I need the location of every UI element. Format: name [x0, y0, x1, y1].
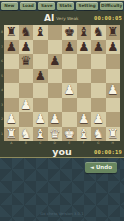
- square-f5[interactable]: [77, 69, 92, 84]
- white-p-piece: ♟: [77, 112, 92, 127]
- black-p-piece: ♟: [91, 40, 106, 55]
- square-a1[interactable]: ♜: [4, 127, 19, 142]
- square-f7[interactable]: ♟: [77, 40, 92, 55]
- white-p-piece: ♟: [62, 83, 77, 98]
- square-h3[interactable]: [106, 98, 121, 113]
- square-d7[interactable]: [48, 40, 63, 55]
- square-f6[interactable]: [77, 54, 92, 69]
- square-f1[interactable]: ♝: [77, 127, 92, 142]
- white-b-piece: ♝: [77, 127, 92, 142]
- white-n-piece: ♞: [91, 127, 106, 142]
- version-text: Go chess Version 3.0.1: [0, 211, 124, 216]
- white-p-piece: ♟: [48, 112, 63, 127]
- black-p-piece: ♟: [48, 54, 63, 69]
- ai-difficulty-label: Very Weak: [56, 16, 78, 21]
- white-n-piece: ♞: [19, 127, 34, 142]
- square-g8[interactable]: ♞: [91, 25, 106, 40]
- square-e4[interactable]: ♟: [62, 83, 77, 98]
- black-p-piece: ♟: [77, 40, 92, 55]
- square-g4[interactable]: [91, 83, 106, 98]
- you-player-strip: you 00:00:19: [0, 145, 124, 158]
- square-b3[interactable]: ♟: [19, 98, 34, 113]
- square-b1[interactable]: ♞: [19, 127, 34, 142]
- undo-button[interactable]: ◄ Undo: [85, 162, 117, 173]
- white-p-piece: ♟: [106, 83, 121, 98]
- square-h7[interactable]: ♟: [106, 40, 121, 55]
- menu-button-new[interactable]: New: [1, 2, 18, 10]
- square-h2[interactable]: [106, 112, 121, 127]
- menu-button-load[interactable]: Load: [20, 2, 37, 10]
- square-d4[interactable]: [48, 83, 63, 98]
- menu-button-setting[interactable]: Setting: [76, 2, 99, 10]
- white-k-piece: ♚: [62, 127, 77, 142]
- square-g5[interactable]: [91, 69, 106, 84]
- square-e2[interactable]: [62, 112, 77, 127]
- square-g3[interactable]: [91, 98, 106, 113]
- square-e6[interactable]: [62, 54, 77, 69]
- white-r-piece: ♜: [106, 127, 121, 142]
- black-p-piece: ♟: [4, 40, 19, 55]
- square-f8[interactable]: ♝: [77, 25, 92, 40]
- black-p-piece: ♟: [106, 40, 121, 55]
- square-b6[interactable]: ♛: [19, 54, 34, 69]
- white-p-piece: ♟: [33, 112, 48, 127]
- chess-board[interactable]: ♜♞♝♚♝♞♜♟♟♟♟♟♟♛♟♟♟♟♟♟♟♟♟♟♜♞♝♛♚♝♞♜: [4, 25, 120, 141]
- square-e8[interactable]: ♚: [62, 25, 77, 40]
- black-b-piece: ♝: [77, 25, 92, 40]
- square-e3[interactable]: [62, 98, 77, 113]
- square-h1[interactable]: ♜: [106, 127, 121, 142]
- black-r-piece: ♜: [106, 25, 121, 40]
- square-c6[interactable]: [33, 54, 48, 69]
- chess-app-window: New Load Save Stats Setting Difficulty A…: [0, 0, 124, 221]
- square-d2[interactable]: ♟: [48, 112, 63, 127]
- square-a3[interactable]: [4, 98, 19, 113]
- square-a7[interactable]: ♟: [4, 40, 19, 55]
- square-a5[interactable]: [4, 69, 19, 84]
- square-g1[interactable]: ♞: [91, 127, 106, 142]
- black-r-piece: ♜: [4, 25, 19, 40]
- square-f4[interactable]: [77, 83, 92, 98]
- black-n-piece: ♞: [19, 25, 34, 40]
- square-f3[interactable]: [77, 98, 92, 113]
- square-c8[interactable]: ♝: [33, 25, 48, 40]
- square-e7[interactable]: ♟: [62, 40, 77, 55]
- square-b5[interactable]: [19, 69, 34, 84]
- menu-bar: New Load Save Stats Setting Difficulty: [0, 1, 124, 11]
- black-b-piece: ♝: [33, 25, 48, 40]
- square-h4[interactable]: ♟: [106, 83, 121, 98]
- square-c4[interactable]: [33, 83, 48, 98]
- ai-clock: 00:00:05: [94, 15, 122, 21]
- square-h8[interactable]: ♜: [106, 25, 121, 40]
- square-g2[interactable]: ♟: [91, 112, 106, 127]
- square-a8[interactable]: ♜: [4, 25, 19, 40]
- square-c5[interactable]: ♟: [33, 69, 48, 84]
- square-c2[interactable]: ♟: [33, 112, 48, 127]
- square-a2[interactable]: ♟: [4, 112, 19, 127]
- square-d1[interactable]: ♛: [48, 127, 63, 142]
- square-a4[interactable]: [4, 83, 19, 98]
- square-d8[interactable]: [48, 25, 63, 40]
- square-h5[interactable]: [106, 69, 121, 84]
- square-a6[interactable]: [4, 54, 19, 69]
- square-g7[interactable]: ♟: [91, 40, 106, 55]
- menu-button-difficulty[interactable]: Difficulty: [100, 2, 123, 10]
- square-d6[interactable]: ♟: [48, 54, 63, 69]
- white-p-piece: ♟: [19, 98, 34, 113]
- black-p-piece: ♟: [62, 40, 77, 55]
- game-panel: AI Very Weak 00:00:05 87654321 ♜♞♝♚♝♞♜♟♟…: [0, 11, 124, 158]
- square-d5[interactable]: [48, 69, 63, 84]
- menu-button-stats[interactable]: Stats: [57, 2, 74, 10]
- square-c7[interactable]: [33, 40, 48, 55]
- white-b-piece: ♝: [33, 127, 48, 142]
- square-e1[interactable]: ♚: [62, 127, 77, 142]
- black-p-piece: ♟: [33, 69, 48, 84]
- undo-label: Undo: [96, 162, 112, 173]
- white-q-piece: ♛: [48, 127, 63, 142]
- you-clock: 00:00:19: [94, 149, 122, 155]
- white-r-piece: ♜: [4, 127, 19, 142]
- square-b8[interactable]: ♞: [19, 25, 34, 40]
- black-q-piece: ♛: [19, 54, 34, 69]
- square-b2[interactable]: [19, 112, 34, 127]
- black-p-piece: ♟: [19, 40, 34, 55]
- black-k-piece: ♚: [62, 25, 77, 40]
- white-p-piece: ♟: [4, 112, 19, 127]
- white-p-piece: ♟: [91, 112, 106, 127]
- undo-arrow-icon: ◄: [90, 162, 94, 173]
- square-b7[interactable]: ♟: [19, 40, 34, 55]
- square-c3[interactable]: [33, 98, 48, 113]
- you-player-name: you: [52, 146, 71, 158]
- square-d3[interactable]: [48, 98, 63, 113]
- square-f2[interactable]: ♟: [77, 112, 92, 127]
- menu-button-save[interactable]: Save: [38, 2, 55, 10]
- ai-player-name: AI: [44, 11, 54, 25]
- black-n-piece: ♞: [91, 25, 106, 40]
- square-e5[interactable]: [62, 69, 77, 84]
- ai-player-strip: AI Very Weak 00:00:05: [0, 11, 124, 25]
- square-h6[interactable]: [106, 54, 121, 69]
- square-c1[interactable]: ♝: [33, 127, 48, 142]
- square-g6[interactable]: [91, 54, 106, 69]
- square-b4[interactable]: [19, 83, 34, 98]
